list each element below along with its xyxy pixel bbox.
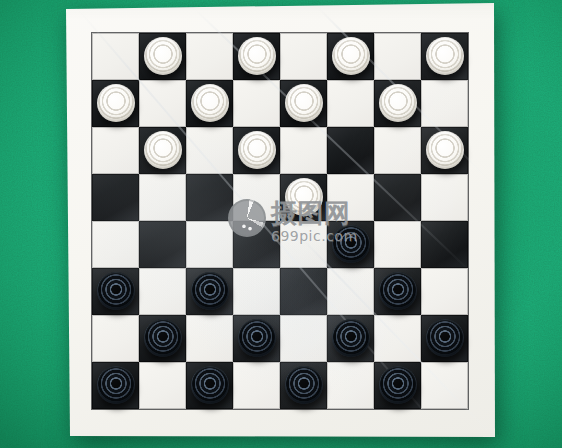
square-r6c6[interactable] (327, 268, 374, 315)
square-r4c8[interactable] (421, 174, 468, 221)
black-checker-piece[interactable] (379, 366, 417, 404)
square-r3c8[interactable] (421, 127, 468, 174)
square-r8c6[interactable] (327, 362, 374, 409)
square-r1c4[interactable] (233, 33, 280, 80)
black-checker-piece[interactable] (238, 319, 276, 357)
square-r2c5[interactable] (280, 80, 327, 127)
white-checker-piece[interactable] (285, 178, 323, 216)
black-checker-piece[interactable] (426, 319, 464, 357)
black-checker-piece[interactable] (191, 272, 229, 310)
white-checker-piece[interactable] (144, 131, 182, 169)
white-checker-piece[interactable] (379, 84, 417, 122)
square-r6c8[interactable] (421, 268, 468, 315)
square-r8c3[interactable] (186, 362, 233, 409)
square-r6c7[interactable] (374, 268, 421, 315)
black-checker-piece[interactable] (332, 225, 370, 263)
square-r1c8[interactable] (421, 33, 468, 80)
square-r4c6[interactable] (327, 174, 374, 221)
square-r8c7[interactable] (374, 362, 421, 409)
checkers-board (92, 33, 468, 409)
white-checker-piece[interactable] (144, 37, 182, 75)
white-checker-piece[interactable] (238, 37, 276, 75)
photo-scene: 摄图网 699pic.com (0, 0, 562, 448)
black-checker-piece[interactable] (332, 319, 370, 357)
black-checker-piece[interactable] (144, 319, 182, 357)
square-r2c7[interactable] (374, 80, 421, 127)
square-r4c1[interactable] (92, 174, 139, 221)
square-r3c7[interactable] (374, 127, 421, 174)
square-r3c1[interactable] (92, 127, 139, 174)
black-checker-piece[interactable] (379, 272, 417, 310)
square-r2c6[interactable] (327, 80, 374, 127)
square-r3c5[interactable] (280, 127, 327, 174)
black-checker-piece[interactable] (97, 272, 135, 310)
square-r1c5[interactable] (280, 33, 327, 80)
square-r5c5[interactable] (280, 221, 327, 268)
square-r1c2[interactable] (139, 33, 186, 80)
square-r4c4[interactable] (233, 174, 280, 221)
square-r5c4[interactable] (233, 221, 280, 268)
square-r8c4[interactable] (233, 362, 280, 409)
square-r1c1[interactable] (92, 33, 139, 80)
white-checker-piece[interactable] (332, 37, 370, 75)
square-r8c1[interactable] (92, 362, 139, 409)
square-r4c2[interactable] (139, 174, 186, 221)
white-checker-piece[interactable] (285, 84, 323, 122)
square-r7c4[interactable] (233, 315, 280, 362)
square-r4c7[interactable] (374, 174, 421, 221)
white-checker-piece[interactable] (238, 131, 276, 169)
square-r6c1[interactable] (92, 268, 139, 315)
square-r7c5[interactable] (280, 315, 327, 362)
square-r7c7[interactable] (374, 315, 421, 362)
square-r3c2[interactable] (139, 127, 186, 174)
square-r5c1[interactable] (92, 221, 139, 268)
square-r6c3[interactable] (186, 268, 233, 315)
square-r2c1[interactable] (92, 80, 139, 127)
white-checker-piece[interactable] (191, 84, 229, 122)
square-r1c7[interactable] (374, 33, 421, 80)
square-r5c6[interactable] (327, 221, 374, 268)
square-r7c6[interactable] (327, 315, 374, 362)
square-r7c1[interactable] (92, 315, 139, 362)
square-r5c8[interactable] (421, 221, 468, 268)
square-r3c4[interactable] (233, 127, 280, 174)
square-r8c5[interactable] (280, 362, 327, 409)
square-r3c6[interactable] (327, 127, 374, 174)
square-r2c2[interactable] (139, 80, 186, 127)
black-checker-piece[interactable] (97, 366, 135, 404)
square-r8c8[interactable] (421, 362, 468, 409)
square-r7c8[interactable] (421, 315, 468, 362)
square-r7c3[interactable] (186, 315, 233, 362)
black-checker-piece[interactable] (191, 366, 229, 404)
square-r5c3[interactable] (186, 221, 233, 268)
square-r1c3[interactable] (186, 33, 233, 80)
square-r5c7[interactable] (374, 221, 421, 268)
square-r7c2[interactable] (139, 315, 186, 362)
sheet-shadow-wrap (0, 0, 562, 448)
square-r2c3[interactable] (186, 80, 233, 127)
square-r4c5[interactable] (280, 174, 327, 221)
square-r4c3[interactable] (186, 174, 233, 221)
square-r2c8[interactable] (421, 80, 468, 127)
square-r6c5[interactable] (280, 268, 327, 315)
black-checker-piece[interactable] (285, 366, 323, 404)
square-r5c2[interactable] (139, 221, 186, 268)
square-r6c4[interactable] (233, 268, 280, 315)
board-sheet (0, 0, 562, 448)
white-checker-piece[interactable] (426, 37, 464, 75)
white-checker-piece[interactable] (426, 131, 464, 169)
square-r1c6[interactable] (327, 33, 374, 80)
square-r2c4[interactable] (233, 80, 280, 127)
square-r6c2[interactable] (139, 268, 186, 315)
square-r3c3[interactable] (186, 127, 233, 174)
white-checker-piece[interactable] (97, 84, 135, 122)
square-r8c2[interactable] (139, 362, 186, 409)
